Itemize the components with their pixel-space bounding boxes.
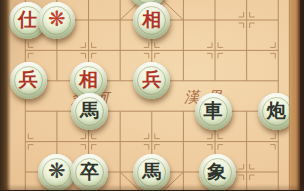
piece-label: 相	[142, 10, 161, 29]
piece-label: 仕	[18, 10, 37, 29]
piece-label: 卒	[80, 162, 99, 181]
piece-label: 象	[208, 162, 227, 181]
piece-label: 兵	[19, 70, 38, 89]
piece-label: 相	[79, 70, 98, 89]
piece-label: 炮	[267, 101, 286, 120]
piece-label: 馬	[80, 101, 99, 120]
piece-label: 兵	[142, 70, 161, 89]
piece-black-facedown[interactable]: ❋	[38, 154, 75, 191]
piece-red-soldier[interactable]: 兵	[10, 62, 47, 99]
piece-black-horse[interactable]: 馬	[133, 154, 170, 191]
piece-black-chariot[interactable]: 車	[195, 93, 232, 130]
piece-black-horse[interactable]: 馬	[71, 93, 108, 130]
piece-red-facedown[interactable]: ❋	[38, 2, 75, 39]
xiangqi-board[interactable]: 楚河 漢界 仕❋相兵相兵馬車炮❋卒馬象	[0, 0, 304, 190]
piece-red-elephant[interactable]: 相	[133, 2, 170, 39]
piece-label: ❋	[48, 161, 66, 182]
board-right-border	[289, 0, 290, 190]
piece-label: 車	[204, 101, 223, 120]
piece-label: ❋	[48, 9, 66, 30]
piece-black-elephant[interactable]: 象	[199, 154, 236, 191]
piece-black-soldier[interactable]: 卒	[71, 154, 108, 191]
piece-label: 馬	[142, 162, 161, 181]
